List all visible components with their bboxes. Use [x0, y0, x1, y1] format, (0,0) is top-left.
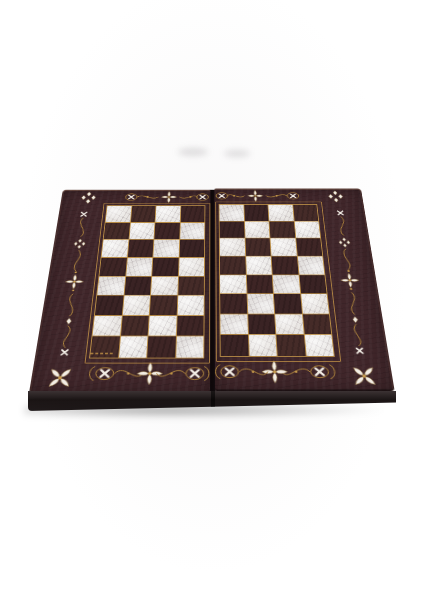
square-c2[interactable]: [148, 316, 176, 336]
flower-inlay: [247, 190, 263, 201]
square-c5[interactable]: [152, 258, 178, 276]
square-d7[interactable]: [180, 223, 205, 240]
square-b7[interactable]: [129, 223, 155, 240]
square-f1[interactable]: [248, 335, 276, 356]
board-half-left: [29, 190, 210, 393]
square-e2[interactable]: [220, 314, 247, 334]
square-g5[interactable]: [272, 256, 299, 274]
flower-inlay: [261, 361, 288, 383]
checkerboard-left: [90, 206, 204, 358]
square-a7[interactable]: [104, 223, 130, 240]
x-star-inlay: [81, 212, 87, 216]
square-b5[interactable]: [126, 258, 153, 276]
square-g2[interactable]: [275, 314, 303, 334]
flower-inlay: [161, 191, 177, 202]
square-c7[interactable]: [154, 223, 179, 240]
square-h5[interactable]: [297, 256, 324, 274]
x-star-inlay: [290, 194, 295, 198]
x-star-inlay: [337, 211, 343, 215]
square-f8[interactable]: [244, 205, 269, 221]
x-star-inlay: [200, 195, 205, 199]
hinge-shadow-smudge: [224, 150, 250, 157]
square-c6[interactable]: [153, 240, 179, 257]
square-a2[interactable]: [93, 316, 122, 336]
square-e7[interactable]: [220, 221, 245, 238]
square-a1[interactable]: [90, 337, 119, 358]
flower-inlay: [136, 362, 163, 384]
square-a6[interactable]: [102, 240, 129, 257]
square-d6[interactable]: [179, 240, 204, 257]
square-f5[interactable]: [246, 256, 272, 274]
x-star-inlay: [225, 368, 233, 375]
diamond-cluster-inlay: [73, 239, 85, 249]
square-h6[interactable]: [296, 239, 322, 256]
square-f3[interactable]: [247, 294, 274, 313]
square-d3[interactable]: [177, 296, 204, 315]
square-d1[interactable]: [176, 337, 204, 358]
square-a4[interactable]: [97, 276, 125, 295]
flower-inlay: [344, 359, 383, 391]
square-h4[interactable]: [299, 275, 327, 294]
square-f7[interactable]: [244, 221, 269, 238]
x-star-inlay: [191, 370, 199, 377]
x-star-inlay: [219, 194, 224, 198]
square-e4[interactable]: [220, 275, 246, 294]
square-c3[interactable]: [150, 296, 177, 315]
square-d4[interactable]: [178, 276, 204, 295]
square-f6[interactable]: [245, 239, 271, 256]
square-g8[interactable]: [268, 205, 293, 221]
x-star-inlay: [129, 195, 134, 199]
square-b1[interactable]: [119, 337, 148, 358]
flower-inlay: [41, 361, 80, 393]
photo-background: [0, 0, 424, 600]
square-g1[interactable]: [276, 335, 305, 356]
x-star-inlay: [315, 368, 324, 375]
square-f4[interactable]: [246, 275, 273, 294]
diamond-cluster-inlay: [328, 191, 344, 203]
square-d8[interactable]: [180, 206, 204, 222]
square-e1[interactable]: [221, 335, 249, 356]
drop-shadow: [24, 403, 398, 419]
square-c8[interactable]: [155, 206, 180, 222]
diamond-cluster-inlay: [338, 238, 350, 248]
square-b4[interactable]: [124, 276, 151, 295]
square-a3[interactable]: [95, 296, 123, 315]
square-e6[interactable]: [220, 239, 245, 256]
square-e5[interactable]: [220, 256, 246, 274]
square-h8[interactable]: [293, 205, 318, 221]
board-scene: [29, 190, 395, 393]
square-e3[interactable]: [220, 294, 247, 313]
x-star-inlay: [100, 370, 109, 377]
square-d2[interactable]: [176, 316, 203, 336]
checkerboard-right: [219, 205, 333, 356]
x-star-inlay: [356, 348, 362, 353]
square-a5[interactable]: [99, 258, 126, 276]
square-f2[interactable]: [248, 314, 276, 334]
square-g4[interactable]: [273, 275, 300, 294]
square-g3[interactable]: [274, 294, 302, 313]
square-g6[interactable]: [270, 239, 296, 256]
diamond-cluster-inlay: [81, 192, 97, 204]
square-h2[interactable]: [303, 314, 332, 334]
square-a8[interactable]: [106, 206, 131, 222]
square-d5[interactable]: [179, 258, 205, 276]
square-h7[interactable]: [294, 221, 320, 238]
flower-inlay: [340, 273, 360, 287]
square-b6[interactable]: [127, 240, 153, 257]
flower-inlay: [64, 275, 84, 289]
square-h3[interactable]: [301, 294, 329, 313]
square-b3[interactable]: [122, 296, 150, 315]
hinge-shadow-smudge: [178, 148, 208, 156]
square-h1[interactable]: [304, 335, 333, 356]
square-c4[interactable]: [151, 276, 178, 295]
square-e8[interactable]: [219, 205, 243, 221]
square-c1[interactable]: [147, 337, 175, 358]
x-star-inlay: [61, 350, 67, 355]
board-half-right: [214, 188, 395, 391]
square-b2[interactable]: [121, 316, 149, 336]
square-g7[interactable]: [269, 221, 295, 238]
square-b8[interactable]: [131, 206, 156, 222]
maker-mark: [90, 353, 114, 355]
